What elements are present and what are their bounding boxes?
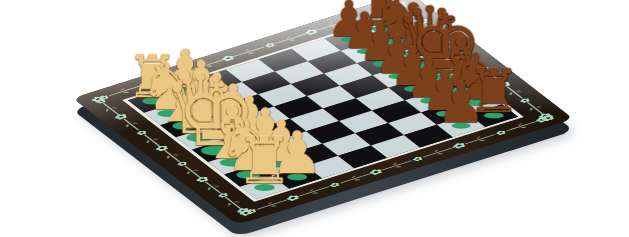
photo-stage: ✿✿✿✿✿✿✿✿✿✿✿✿✿✿✿✿✿✿✿✿✿✿✿✿✿✿✿✿✿✿✿✿✿✿✿✿ ♜♟♞…: [0, 0, 629, 237]
pieces-layer: ♜♟♞♟♝♟♛♟♚♟♝♟♟♜♞♟♟♞♜♟♟♝♟♛♟♚♟♝♟♞♟♜: [0, 0, 629, 237]
black-pawn-icon: ♟: [436, 76, 485, 131]
white-rook-icon: ♜: [236, 129, 294, 194]
